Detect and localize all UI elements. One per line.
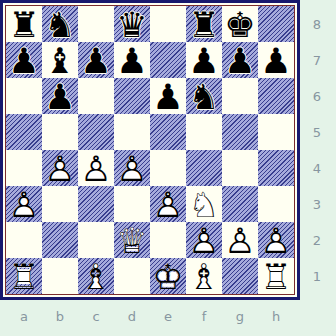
square-c2[interactable] [78,222,114,258]
rank-label-5: 5 [300,114,334,150]
white-bishop[interactable]: ♝♗ [78,258,114,294]
white-pawn[interactable]: ♟♙ [258,222,294,258]
square-e1[interactable]: ♚♔ [150,258,186,294]
square-g6[interactable] [222,78,258,114]
square-b7[interactable]: ♝ [42,42,78,78]
square-g8[interactable]: ♚ [222,6,258,42]
square-h6[interactable] [258,78,294,114]
black-pawn[interactable]: ♟ [114,42,150,78]
white-queen[interactable]: ♛♕ [114,222,150,258]
rank-label-7: 7 [300,42,334,78]
square-a4[interactable] [6,150,42,186]
white-pawn[interactable]: ♟♙ [42,150,78,186]
white-rook[interactable]: ♜♖ [6,258,42,294]
square-d5[interactable] [114,114,150,150]
rank-label-4: 4 [300,150,334,186]
square-b1[interactable] [42,258,78,294]
white-king[interactable]: ♚♔ [150,258,186,294]
square-c8[interactable] [78,6,114,42]
square-d3[interactable] [114,186,150,222]
piece-outline: ♙ [78,150,114,186]
square-f2[interactable]: ♟♙ [186,222,222,258]
black-knight[interactable]: ♞ [186,78,222,114]
square-g3[interactable] [222,186,258,222]
black-pawn[interactable]: ♟ [186,42,222,78]
file-labels: a b c d e f g h [6,301,294,331]
rank-label-1: 1 [300,258,334,294]
white-bishop[interactable]: ♝♗ [186,258,222,294]
square-d1[interactable] [114,258,150,294]
black-bishop[interactable]: ♝ [42,42,78,78]
square-g2[interactable]: ♟♙ [222,222,258,258]
square-d4[interactable]: ♟♙ [114,150,150,186]
black-queen[interactable]: ♛ [114,6,150,42]
white-pawn[interactable]: ♟♙ [6,186,42,222]
piece-outline: ♙ [6,186,42,222]
square-e6[interactable]: ♟ [150,78,186,114]
black-pawn[interactable]: ♟ [222,42,258,78]
piece-outline: ♖ [6,258,42,294]
square-e4[interactable] [150,150,186,186]
square-a6[interactable] [6,78,42,114]
file-label-d: d [114,301,150,331]
white-pawn[interactable]: ♟♙ [186,222,222,258]
piece-outline: ♘ [186,186,222,222]
square-f3[interactable]: ♞♘ [186,186,222,222]
square-f1[interactable]: ♝♗ [186,258,222,294]
square-d6[interactable] [114,78,150,114]
square-e5[interactable] [150,114,186,150]
square-g5[interactable] [222,114,258,150]
black-rook[interactable]: ♜ [6,6,42,42]
black-pawn[interactable]: ♟ [258,42,294,78]
black-pawn[interactable]: ♟ [150,78,186,114]
square-c7[interactable]: ♟ [78,42,114,78]
black-pawn[interactable]: ♟ [78,42,114,78]
square-f8[interactable]: ♜ [186,6,222,42]
file-label-g: g [222,301,258,331]
piece-outline: ♙ [186,222,222,258]
square-c4[interactable]: ♟♙ [78,150,114,186]
piece-outline: ♔ [150,258,186,294]
rank-labels: 8 7 6 5 4 3 2 1 [300,6,334,294]
board-inner-border: ♜♞♛♜♚♟♝♟♟♟♟♟♟♟♞♟♙♟♙♟♙♟♙♟♙♞♘♛♕♟♙♟♙♟♙♜♖♝♗♚… [3,3,297,297]
square-a2[interactable] [6,222,42,258]
file-label-a: a [6,301,42,331]
square-c5[interactable] [78,114,114,150]
piece-outline: ♙ [114,150,150,186]
piece-outline: ♗ [78,258,114,294]
piece-outline: ♗ [186,258,222,294]
piece-outline: ♙ [42,150,78,186]
square-g1[interactable] [222,258,258,294]
square-e2[interactable] [150,222,186,258]
square-g7[interactable]: ♟ [222,42,258,78]
white-pawn[interactable]: ♟♙ [114,150,150,186]
square-a7[interactable]: ♟ [6,42,42,78]
rank-label-8: 8 [300,6,334,42]
piece-outline: ♖ [258,258,294,294]
square-b6[interactable]: ♟ [42,78,78,114]
square-h3[interactable] [258,186,294,222]
square-f7[interactable]: ♟ [186,42,222,78]
square-h7[interactable]: ♟ [258,42,294,78]
square-e7[interactable] [150,42,186,78]
square-h5[interactable] [258,114,294,150]
board-maroon-line: ♜♞♛♜♚♟♝♟♟♟♟♟♟♟♞♟♙♟♙♟♙♟♙♟♙♞♘♛♕♟♙♟♙♟♙♜♖♝♗♚… [5,5,295,295]
square-d8[interactable]: ♛ [114,6,150,42]
square-h8[interactable] [258,6,294,42]
square-b5[interactable] [42,114,78,150]
file-label-f: f [186,301,222,331]
square-b2[interactable] [42,222,78,258]
square-h2[interactable]: ♟♙ [258,222,294,258]
white-pawn[interactable]: ♟♙ [222,222,258,258]
chess-diagram-page: ♜♞♛♜♚♟♝♟♟♟♟♟♟♟♞♟♙♟♙♟♙♟♙♟♙♞♘♛♕♟♙♟♙♟♙♜♖♝♗♚… [0,0,336,336]
square-a1[interactable]: ♜♖ [6,258,42,294]
black-rook[interactable]: ♜ [186,6,222,42]
black-pawn[interactable]: ♟ [6,42,42,78]
square-e8[interactable] [150,6,186,42]
white-rook[interactable]: ♜♖ [258,258,294,294]
chess-board: ♜♞♛♜♚♟♝♟♟♟♟♟♟♟♞♟♙♟♙♟♙♟♙♟♙♞♘♛♕♟♙♟♙♟♙♜♖♝♗♚… [6,6,294,294]
square-c6[interactable] [78,78,114,114]
piece-outline: ♕ [114,222,150,258]
square-c3[interactable] [78,186,114,222]
file-label-b: b [42,301,78,331]
square-f4[interactable] [186,150,222,186]
file-label-h: h [258,301,294,331]
white-knight[interactable]: ♞♘ [186,186,222,222]
square-b8[interactable]: ♞ [42,6,78,42]
piece-outline: ♙ [150,186,186,222]
black-pawn[interactable]: ♟ [42,78,78,114]
square-c1[interactable]: ♝♗ [78,258,114,294]
square-h1[interactable]: ♜♖ [258,258,294,294]
square-b4[interactable]: ♟♙ [42,150,78,186]
square-b3[interactable] [42,186,78,222]
square-f5[interactable] [186,114,222,150]
square-e3[interactable]: ♟♙ [150,186,186,222]
square-a8[interactable]: ♜ [6,6,42,42]
black-knight[interactable]: ♞ [42,6,78,42]
white-pawn[interactable]: ♟♙ [150,186,186,222]
square-d2[interactable]: ♛♕ [114,222,150,258]
chess-board-frame: ♜♞♛♜♚♟♝♟♟♟♟♟♟♟♞♟♙♟♙♟♙♟♙♟♙♞♘♛♕♟♙♟♙♟♙♜♖♝♗♚… [0,0,300,300]
white-pawn[interactable]: ♟♙ [78,150,114,186]
square-d7[interactable]: ♟ [114,42,150,78]
rank-label-3: 3 [300,186,334,222]
file-label-e: e [150,301,186,331]
square-h4[interactable] [258,150,294,186]
square-a3[interactable]: ♟♙ [6,186,42,222]
square-g4[interactable] [222,150,258,186]
rank-label-2: 2 [300,222,334,258]
square-f6[interactable]: ♞ [186,78,222,114]
file-label-c: c [78,301,114,331]
piece-outline: ♙ [222,222,258,258]
rank-label-6: 6 [300,78,334,114]
piece-outline: ♙ [258,222,294,258]
square-a5[interactable] [6,114,42,150]
black-king[interactable]: ♚ [222,6,258,42]
